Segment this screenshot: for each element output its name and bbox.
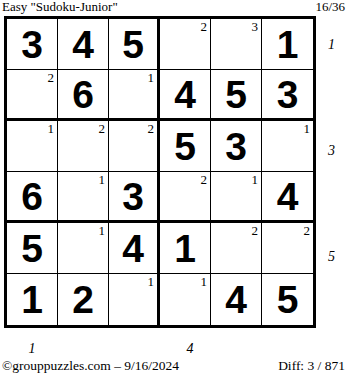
- cell-value: 5: [160, 121, 210, 171]
- cell-value: [109, 274, 157, 325]
- cell-value: [160, 19, 210, 69]
- cell-r3c2[interactable]: 2: [58, 121, 109, 172]
- cell-value: [7, 121, 57, 171]
- cell-r3c6[interactable]: 1: [262, 121, 313, 172]
- cell-value: 4: [262, 172, 313, 220]
- sudoku-board: 345231261453122531613214514122121145: [4, 16, 316, 328]
- cell-value: 3: [211, 121, 261, 171]
- col-label-1: 1: [24, 341, 40, 357]
- cell-value: 2: [58, 274, 108, 325]
- cell-value: [211, 19, 261, 69]
- puzzle-page: Easy "Sudoku-Junior" 16/36 3452312614531…: [0, 0, 347, 381]
- cell-r2c6[interactable]: 3: [262, 70, 313, 121]
- cell-r5c5[interactable]: 2: [211, 223, 262, 274]
- cell-r2c5[interactable]: 5: [211, 70, 262, 121]
- page-title: Easy "Sudoku-Junior": [2, 0, 118, 14]
- cell-value: [58, 121, 108, 171]
- cell-r2c3[interactable]: 1: [109, 70, 160, 121]
- cell-value: [58, 223, 108, 273]
- cell-value: 1: [262, 19, 313, 69]
- header: Easy "Sudoku-Junior" 16/36: [2, 0, 345, 14]
- cell-r3c5[interactable]: 3: [211, 121, 262, 172]
- cell-value: 5: [211, 70, 261, 118]
- cell-r6c1[interactable]: 1: [7, 274, 58, 325]
- col-label-4: 4: [182, 341, 198, 357]
- row-label-5: 5: [328, 249, 344, 265]
- cell-r4c4[interactable]: 2: [160, 172, 211, 223]
- cell-value: [7, 70, 57, 118]
- cell-value: 5: [109, 19, 157, 69]
- row-label-1: 1: [328, 37, 344, 53]
- cell-r1c5[interactable]: 3: [211, 19, 262, 70]
- cell-value: [109, 70, 157, 118]
- cell-r1c1[interactable]: 3: [7, 19, 58, 70]
- cell-r6c6[interactable]: 5: [262, 274, 313, 325]
- cell-value: [160, 274, 210, 325]
- cell-value: 3: [7, 19, 57, 69]
- cell-value: 1: [7, 274, 57, 325]
- cell-r6c4[interactable]: 1: [160, 274, 211, 325]
- copyright-text: ©grouppuzzles.com – 9/16/2024: [2, 358, 179, 374]
- cell-r4c1[interactable]: 6: [7, 172, 58, 223]
- cell-r1c4[interactable]: 2: [160, 19, 211, 70]
- cell-r1c3[interactable]: 5: [109, 19, 160, 70]
- cell-value: 5: [262, 274, 313, 325]
- cell-value: 3: [262, 70, 313, 118]
- cell-value: [211, 223, 261, 273]
- cell-r6c3[interactable]: 1: [109, 274, 160, 325]
- cell-value: [160, 172, 210, 220]
- cell-value: [109, 121, 157, 171]
- cell-r5c6[interactable]: 2: [262, 223, 313, 274]
- cell-value: 4: [109, 223, 157, 273]
- cell-value: [211, 172, 261, 220]
- cell-value: 4: [211, 274, 261, 325]
- cell-r2c4[interactable]: 4: [160, 70, 211, 121]
- cell-r3c3[interactable]: 2: [109, 121, 160, 172]
- cell-value: [58, 172, 108, 220]
- footer: ©grouppuzzles.com – 9/16/2024 Diff: 3 / …: [2, 358, 345, 374]
- cell-value: [262, 223, 313, 273]
- cell-r5c4[interactable]: 1: [160, 223, 211, 274]
- cell-value: 3: [109, 172, 157, 220]
- cell-r5c1[interactable]: 5: [7, 223, 58, 274]
- puzzle-counter: 16/36: [315, 0, 345, 14]
- cell-r1c6[interactable]: 1: [262, 19, 313, 70]
- cell-r2c2[interactable]: 6: [58, 70, 109, 121]
- cell-r6c2[interactable]: 2: [58, 274, 109, 325]
- cell-r5c3[interactable]: 4: [109, 223, 160, 274]
- cell-value: 5: [7, 223, 57, 273]
- cell-value: 4: [58, 19, 108, 69]
- cell-r1c2[interactable]: 4: [58, 19, 109, 70]
- row-label-3: 3: [328, 143, 344, 159]
- cell-r4c6[interactable]: 4: [262, 172, 313, 223]
- cell-value: 6: [7, 172, 57, 220]
- cell-r3c4[interactable]: 5: [160, 121, 211, 172]
- cell-r4c5[interactable]: 1: [211, 172, 262, 223]
- cell-value: 4: [160, 70, 210, 118]
- cell-r4c2[interactable]: 1: [58, 172, 109, 223]
- difficulty-text: Diff: 3 / 871: [278, 358, 345, 374]
- cell-value: 1: [160, 223, 210, 273]
- cell-r2c1[interactable]: 2: [7, 70, 58, 121]
- cell-value: [262, 121, 313, 171]
- cell-value: 6: [58, 70, 108, 118]
- cell-r4c3[interactable]: 3: [109, 172, 160, 223]
- cell-r5c2[interactable]: 1: [58, 223, 109, 274]
- cell-r3c1[interactable]: 1: [7, 121, 58, 172]
- cell-r6c5[interactable]: 4: [211, 274, 262, 325]
